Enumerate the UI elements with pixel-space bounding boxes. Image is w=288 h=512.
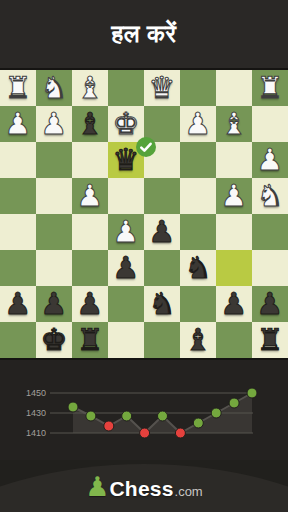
square[interactable] bbox=[36, 142, 72, 178]
piece-wB[interactable]: ♝ bbox=[72, 70, 108, 106]
square[interactable] bbox=[108, 70, 144, 106]
square[interactable] bbox=[108, 322, 144, 358]
square[interactable]: ♟ bbox=[216, 178, 252, 214]
square[interactable]: ♚ bbox=[36, 322, 72, 358]
square[interactable]: ♝ bbox=[216, 106, 252, 142]
square[interactable]: ♟ bbox=[252, 286, 288, 322]
piece-wP[interactable]: ♟ bbox=[72, 178, 108, 214]
piece-bB[interactable]: ♝ bbox=[72, 106, 108, 142]
square[interactable]: ♟ bbox=[0, 286, 36, 322]
piece-bB[interactable]: ♝ bbox=[180, 322, 216, 358]
piece-wN[interactable]: ♞ bbox=[36, 70, 72, 106]
piece-bR[interactable]: ♜ bbox=[252, 322, 288, 358]
square[interactable]: ♟ bbox=[180, 106, 216, 142]
brand-text: Chess bbox=[110, 477, 174, 501]
y-axis-tick-label: 1450 bbox=[26, 388, 46, 398]
square[interactable]: ♜ bbox=[0, 70, 36, 106]
page-title: हल करें bbox=[112, 20, 177, 48]
square[interactable]: ♝ bbox=[180, 322, 216, 358]
header: हल करें bbox=[0, 0, 288, 68]
square[interactable] bbox=[216, 214, 252, 250]
square[interactable]: ♜ bbox=[252, 322, 288, 358]
rating-point-win bbox=[158, 411, 168, 421]
square[interactable]: ♝ bbox=[72, 70, 108, 106]
square[interactable] bbox=[72, 142, 108, 178]
piece-bP[interactable]: ♟ bbox=[252, 286, 288, 322]
brand-tld-text: .com bbox=[175, 484, 203, 499]
square[interactable] bbox=[216, 142, 252, 178]
square[interactable]: ♟ bbox=[252, 142, 288, 178]
square[interactable] bbox=[36, 214, 72, 250]
y-axis-tick-label: 1430 bbox=[26, 408, 46, 418]
piece-wR[interactable]: ♜ bbox=[0, 70, 36, 106]
piece-bP[interactable]: ♟ bbox=[72, 286, 108, 322]
piece-wP[interactable]: ♟ bbox=[36, 106, 72, 142]
rating-point-loss bbox=[175, 428, 185, 438]
rating-graph-svg: 141014301450 bbox=[0, 360, 288, 460]
square[interactable] bbox=[180, 286, 216, 322]
chesscom-logo[interactable]: ♟Chess.com bbox=[0, 473, 288, 501]
rating-point-win bbox=[68, 402, 78, 412]
piece-bN[interactable]: ♞ bbox=[180, 250, 216, 286]
square[interactable]: ♞ bbox=[144, 286, 180, 322]
square[interactable] bbox=[144, 250, 180, 286]
app-screen: हल करें ♜♞♝♛♜♟♟♝♚♟♝♛♟♟♟♞♟♟♟♞♟♟♟♞♟♟♚♜♝♜ 1… bbox=[0, 0, 288, 512]
square[interactable] bbox=[108, 178, 144, 214]
square[interactable] bbox=[0, 214, 36, 250]
square[interactable] bbox=[252, 106, 288, 142]
square[interactable] bbox=[180, 178, 216, 214]
piece-bP[interactable]: ♟ bbox=[36, 286, 72, 322]
footer: ♟Chess.com bbox=[0, 460, 288, 512]
square[interactable] bbox=[108, 286, 144, 322]
square[interactable]: ♜ bbox=[72, 322, 108, 358]
piece-bR[interactable]: ♜ bbox=[72, 322, 108, 358]
piece-wN[interactable]: ♞ bbox=[252, 178, 288, 214]
square[interactable]: ♟ bbox=[0, 106, 36, 142]
square[interactable] bbox=[36, 178, 72, 214]
rating-point-win bbox=[229, 398, 239, 408]
square[interactable] bbox=[0, 322, 36, 358]
square[interactable]: ♟ bbox=[36, 286, 72, 322]
square[interactable]: ♟ bbox=[108, 250, 144, 286]
square[interactable]: ♛ bbox=[144, 70, 180, 106]
rating-point-win bbox=[122, 411, 132, 421]
square[interactable] bbox=[0, 178, 36, 214]
pawn-logo-icon: ♟ bbox=[85, 473, 109, 500]
piece-wR[interactable]: ♜ bbox=[252, 70, 288, 106]
square[interactable] bbox=[144, 178, 180, 214]
piece-wP[interactable]: ♟ bbox=[0, 106, 36, 142]
square[interactable]: ♞ bbox=[36, 70, 72, 106]
piece-bP[interactable]: ♟ bbox=[216, 286, 252, 322]
piece-bP[interactable]: ♟ bbox=[108, 250, 144, 286]
square[interactable] bbox=[72, 214, 108, 250]
square[interactable]: ♞ bbox=[180, 250, 216, 286]
correct-move-checkmark-icon bbox=[136, 137, 156, 157]
square[interactable] bbox=[72, 250, 108, 286]
piece-bK[interactable]: ♚ bbox=[36, 322, 72, 358]
piece-wP[interactable]: ♟ bbox=[108, 214, 144, 250]
piece-wP[interactable]: ♟ bbox=[252, 142, 288, 178]
square[interactable]: ♝ bbox=[72, 106, 108, 142]
rating-chart: 141014301450 bbox=[0, 360, 288, 460]
square[interactable]: ♟ bbox=[144, 214, 180, 250]
square[interactable] bbox=[36, 250, 72, 286]
rating-point-win bbox=[86, 411, 96, 421]
rating-point-win bbox=[193, 418, 203, 428]
rating-point-win bbox=[211, 408, 221, 418]
piece-wP[interactable]: ♟ bbox=[216, 178, 252, 214]
square[interactable]: ♟ bbox=[216, 286, 252, 322]
chess-board[interactable]: ♜♞♝♛♜♟♟♝♚♟♝♛♟♟♟♞♟♟♟♞♟♟♟♞♟♟♚♜♝♜ bbox=[0, 68, 288, 360]
square[interactable] bbox=[216, 322, 252, 358]
square[interactable]: ♞ bbox=[252, 178, 288, 214]
rating-point-loss bbox=[104, 421, 114, 431]
square[interactable] bbox=[252, 214, 288, 250]
square[interactable]: ♟ bbox=[108, 214, 144, 250]
square[interactable] bbox=[144, 322, 180, 358]
piece-wB[interactable]: ♝ bbox=[216, 106, 252, 142]
square[interactable] bbox=[180, 214, 216, 250]
piece-bN[interactable]: ♞ bbox=[144, 286, 180, 322]
highlighted-square[interactable] bbox=[216, 250, 252, 286]
square[interactable] bbox=[180, 142, 216, 178]
rating-point-loss bbox=[140, 428, 150, 438]
piece-bP[interactable]: ♟ bbox=[0, 286, 36, 322]
square[interactable]: ♜ bbox=[252, 70, 288, 106]
square[interactable] bbox=[0, 250, 36, 286]
y-axis-tick-label: 1410 bbox=[26, 428, 46, 438]
piece-bP[interactable]: ♟ bbox=[144, 214, 180, 250]
square[interactable]: ♟ bbox=[72, 178, 108, 214]
rating-point-win bbox=[247, 388, 257, 398]
piece-wP[interactable]: ♟ bbox=[180, 106, 216, 142]
square[interactable] bbox=[252, 250, 288, 286]
square[interactable]: ♟ bbox=[72, 286, 108, 322]
piece-wQ[interactable]: ♛ bbox=[144, 70, 180, 106]
square[interactable]: ♟ bbox=[36, 106, 72, 142]
square[interactable] bbox=[216, 70, 252, 106]
square[interactable] bbox=[0, 142, 36, 178]
square[interactable] bbox=[180, 70, 216, 106]
